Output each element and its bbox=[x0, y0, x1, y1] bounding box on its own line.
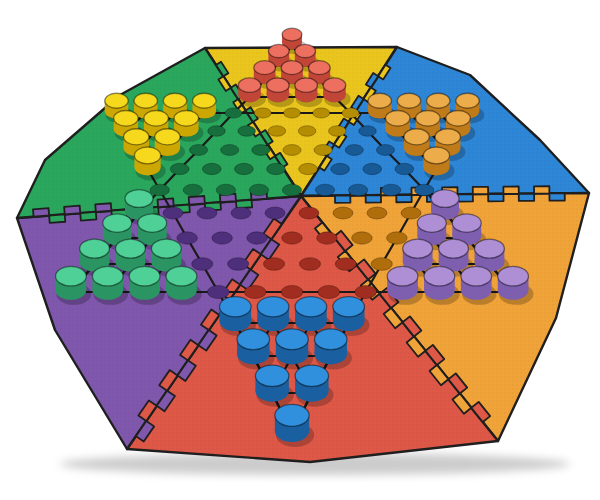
hole-empty[interactable] bbox=[355, 285, 377, 298]
jigsaw-tab bbox=[549, 193, 564, 200]
jigsaw-tab bbox=[33, 208, 49, 217]
hole-empty[interactable] bbox=[314, 145, 332, 156]
hole-empty[interactable] bbox=[342, 108, 359, 118]
hole-empty[interactable] bbox=[415, 184, 434, 196]
hole-empty[interactable] bbox=[282, 232, 303, 244]
hole-empty[interactable] bbox=[318, 285, 340, 298]
peg-blue[interactable] bbox=[295, 365, 333, 407]
hole-empty[interactable] bbox=[363, 163, 382, 174]
hole-empty[interactable] bbox=[333, 207, 353, 219]
hole-empty[interactable] bbox=[252, 145, 270, 156]
hole-empty[interactable] bbox=[249, 184, 268, 196]
jigsaw-tab bbox=[473, 187, 488, 194]
jigsaw-tab bbox=[64, 206, 80, 215]
peg-blue[interactable] bbox=[276, 329, 314, 370]
hole-empty[interactable] bbox=[268, 126, 286, 137]
hole-empty[interactable] bbox=[197, 207, 217, 219]
hole-empty[interactable] bbox=[202, 163, 221, 174]
hole-empty[interactable] bbox=[376, 145, 394, 156]
hole-empty[interactable] bbox=[317, 232, 338, 244]
hole-empty[interactable] bbox=[238, 126, 256, 137]
peg-blue[interactable] bbox=[275, 404, 314, 447]
jigsaw-tab bbox=[189, 196, 205, 205]
jigsaw-tab bbox=[80, 212, 96, 221]
hole-empty[interactable] bbox=[331, 163, 350, 174]
hole-empty[interactable] bbox=[315, 184, 334, 196]
hole-empty[interactable] bbox=[284, 108, 301, 118]
hole-empty[interactable] bbox=[231, 207, 251, 219]
hole-empty[interactable] bbox=[163, 207, 183, 219]
hole-empty[interactable] bbox=[189, 145, 207, 156]
hole-empty[interactable] bbox=[381, 184, 400, 196]
hole-empty[interactable] bbox=[150, 184, 169, 196]
hole-empty[interactable] bbox=[263, 258, 284, 271]
hole-empty[interactable] bbox=[387, 232, 408, 244]
chinese-checkers-board bbox=[0, 0, 600, 500]
hole-empty[interactable] bbox=[225, 108, 242, 118]
hole-empty[interactable] bbox=[177, 232, 198, 244]
board-svg bbox=[0, 0, 600, 500]
hole-empty[interactable] bbox=[212, 232, 233, 244]
jigsaw-tab bbox=[396, 195, 411, 202]
hole-empty[interactable] bbox=[216, 184, 235, 196]
hole-empty[interactable] bbox=[348, 184, 367, 196]
hole-empty[interactable] bbox=[254, 108, 271, 118]
jigsaw-tab bbox=[335, 195, 350, 202]
hole-empty[interactable] bbox=[367, 207, 387, 219]
hole-empty[interactable] bbox=[228, 258, 249, 271]
hole-empty[interactable] bbox=[401, 207, 421, 219]
jigsaw-tab bbox=[488, 194, 503, 201]
hole-empty[interactable] bbox=[221, 145, 239, 156]
jigsaw-tab bbox=[458, 194, 473, 201]
hole-empty[interactable] bbox=[371, 258, 392, 271]
hole-empty[interactable] bbox=[207, 285, 229, 298]
hole-empty[interactable] bbox=[299, 163, 318, 174]
jigsaw-tab bbox=[519, 194, 534, 201]
hole-empty[interactable] bbox=[299, 258, 320, 271]
hole-empty[interactable] bbox=[298, 126, 316, 137]
peg-blue[interactable] bbox=[237, 329, 275, 370]
hole-empty[interactable] bbox=[395, 163, 414, 174]
jigsaw-tab bbox=[49, 214, 65, 223]
hole-empty[interactable] bbox=[208, 126, 226, 137]
jigsaw-tab bbox=[534, 186, 549, 193]
hole-empty[interactable] bbox=[247, 232, 268, 244]
hole-empty[interactable] bbox=[282, 184, 301, 196]
hole-empty[interactable] bbox=[265, 207, 285, 219]
hole-empty[interactable] bbox=[313, 108, 330, 118]
hole-empty[interactable] bbox=[170, 163, 189, 174]
hole-empty[interactable] bbox=[283, 145, 301, 156]
jigsaw-tab bbox=[95, 203, 111, 212]
hole-empty[interactable] bbox=[281, 285, 303, 298]
hole-empty[interactable] bbox=[359, 126, 377, 137]
peg-blue[interactable] bbox=[255, 365, 293, 407]
hole-empty[interactable] bbox=[345, 145, 363, 156]
hole-empty[interactable] bbox=[192, 258, 213, 271]
hole-empty[interactable] bbox=[299, 207, 319, 219]
hole-empty[interactable] bbox=[335, 258, 356, 271]
hole-empty[interactable] bbox=[329, 126, 347, 137]
hole-empty[interactable] bbox=[244, 285, 266, 298]
hole-empty[interactable] bbox=[183, 184, 202, 196]
jigsaw-tab bbox=[366, 195, 381, 202]
hole-empty[interactable] bbox=[234, 163, 253, 174]
peg-blue[interactable] bbox=[315, 329, 353, 370]
jigsaw-tab bbox=[503, 186, 518, 193]
hole-empty[interactable] bbox=[352, 232, 373, 244]
hole-empty[interactable] bbox=[267, 163, 286, 174]
